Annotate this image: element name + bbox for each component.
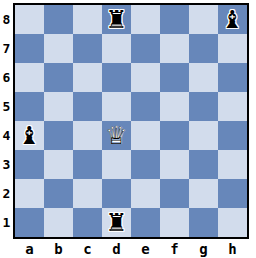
square-h6[interactable] bbox=[218, 63, 247, 92]
square-f3[interactable] bbox=[160, 150, 189, 179]
square-c4[interactable] bbox=[73, 121, 102, 150]
square-c5[interactable] bbox=[73, 92, 102, 121]
square-g3[interactable] bbox=[189, 150, 218, 179]
board-area: 87654321 ♜♝♝♛♕♜ bbox=[0, 0, 256, 239]
square-g6[interactable] bbox=[189, 63, 218, 92]
file-label-a: a bbox=[15, 240, 44, 257]
white-queen-outline-glyph: ♕ bbox=[102, 121, 131, 150]
square-f4[interactable] bbox=[160, 121, 189, 150]
rank-label-2: 2 bbox=[0, 179, 13, 208]
square-a4[interactable]: ♝ bbox=[15, 121, 44, 150]
square-e3[interactable] bbox=[131, 150, 160, 179]
black-rook-glyph: ♜ bbox=[102, 208, 131, 237]
square-b8[interactable] bbox=[44, 5, 73, 34]
square-c6[interactable] bbox=[73, 63, 102, 92]
square-f7[interactable] bbox=[160, 34, 189, 63]
file-label-d: d bbox=[102, 240, 131, 257]
square-a3[interactable] bbox=[15, 150, 44, 179]
rank-label-5: 5 bbox=[0, 92, 13, 121]
square-g1[interactable] bbox=[189, 208, 218, 237]
piece-white-queen-d4[interactable]: ♛♕ bbox=[102, 121, 131, 150]
file-label-b: b bbox=[44, 240, 73, 257]
rank-label-3: 3 bbox=[0, 150, 13, 179]
square-h8[interactable]: ♝ bbox=[218, 5, 247, 34]
square-b1[interactable] bbox=[44, 208, 73, 237]
square-f5[interactable] bbox=[160, 92, 189, 121]
square-e6[interactable] bbox=[131, 63, 160, 92]
file-label-f: f bbox=[160, 240, 189, 257]
square-h2[interactable] bbox=[218, 179, 247, 208]
square-b6[interactable] bbox=[44, 63, 73, 92]
square-h5[interactable] bbox=[218, 92, 247, 121]
rank-label-8: 8 bbox=[0, 5, 13, 34]
square-f1[interactable] bbox=[160, 208, 189, 237]
piece-black-rook-d1[interactable]: ♜ bbox=[102, 208, 131, 237]
rank-label-1: 1 bbox=[0, 208, 13, 237]
square-h7[interactable] bbox=[218, 34, 247, 63]
chess-diagram: 87654321 ♜♝♝♛♕♜ abcdefgh bbox=[0, 0, 256, 258]
square-a7[interactable] bbox=[15, 34, 44, 63]
rank-label-6: 6 bbox=[0, 63, 13, 92]
square-b2[interactable] bbox=[44, 179, 73, 208]
rank-labels: 87654321 bbox=[0, 5, 13, 239]
square-g4[interactable] bbox=[189, 121, 218, 150]
square-g8[interactable] bbox=[189, 5, 218, 34]
file-labels: abcdefgh bbox=[0, 240, 256, 257]
square-f8[interactable] bbox=[160, 5, 189, 34]
piece-black-rook-d8[interactable]: ♜ bbox=[102, 5, 131, 34]
square-e7[interactable] bbox=[131, 34, 160, 63]
square-h3[interactable] bbox=[218, 150, 247, 179]
file-label-c: c bbox=[73, 240, 102, 257]
square-a8[interactable] bbox=[15, 5, 44, 34]
file-labels-spacer bbox=[0, 240, 15, 257]
square-c3[interactable] bbox=[73, 150, 102, 179]
piece-black-bishop-a4[interactable]: ♝ bbox=[15, 121, 44, 150]
black-bishop-glyph: ♝ bbox=[15, 121, 44, 150]
square-b4[interactable] bbox=[44, 121, 73, 150]
file-label-h: h bbox=[218, 240, 247, 257]
square-c8[interactable] bbox=[73, 5, 102, 34]
square-b7[interactable] bbox=[44, 34, 73, 63]
rank-label-4: 4 bbox=[0, 121, 13, 150]
square-e4[interactable] bbox=[131, 121, 160, 150]
rank-label-7: 7 bbox=[0, 34, 13, 63]
square-g7[interactable] bbox=[189, 34, 218, 63]
square-c2[interactable] bbox=[73, 179, 102, 208]
black-bishop-glyph: ♝ bbox=[218, 5, 247, 34]
chess-board: ♜♝♝♛♕♜ bbox=[13, 3, 249, 239]
square-d6[interactable] bbox=[102, 63, 131, 92]
square-b3[interactable] bbox=[44, 150, 73, 179]
square-a6[interactable] bbox=[15, 63, 44, 92]
square-g5[interactable] bbox=[189, 92, 218, 121]
square-h1[interactable] bbox=[218, 208, 247, 237]
square-h4[interactable] bbox=[218, 121, 247, 150]
square-f2[interactable] bbox=[160, 179, 189, 208]
square-d1[interactable]: ♜ bbox=[102, 208, 131, 237]
square-e5[interactable] bbox=[131, 92, 160, 121]
piece-black-bishop-h8[interactable]: ♝ bbox=[218, 5, 247, 34]
square-g2[interactable] bbox=[189, 179, 218, 208]
square-a2[interactable] bbox=[15, 179, 44, 208]
square-e2[interactable] bbox=[131, 179, 160, 208]
square-c7[interactable] bbox=[73, 34, 102, 63]
square-d4[interactable]: ♛♕ bbox=[102, 121, 131, 150]
square-e8[interactable] bbox=[131, 5, 160, 34]
square-c1[interactable] bbox=[73, 208, 102, 237]
square-f6[interactable] bbox=[160, 63, 189, 92]
square-a5[interactable] bbox=[15, 92, 44, 121]
square-d2[interactable] bbox=[102, 179, 131, 208]
file-label-e: e bbox=[131, 240, 160, 257]
black-rook-glyph: ♜ bbox=[102, 5, 131, 34]
square-a1[interactable] bbox=[15, 208, 44, 237]
square-d3[interactable] bbox=[102, 150, 131, 179]
file-label-g: g bbox=[189, 240, 218, 257]
square-d8[interactable]: ♜ bbox=[102, 5, 131, 34]
square-b5[interactable] bbox=[44, 92, 73, 121]
square-d5[interactable] bbox=[102, 92, 131, 121]
square-d7[interactable] bbox=[102, 34, 131, 63]
square-e1[interactable] bbox=[131, 208, 160, 237]
